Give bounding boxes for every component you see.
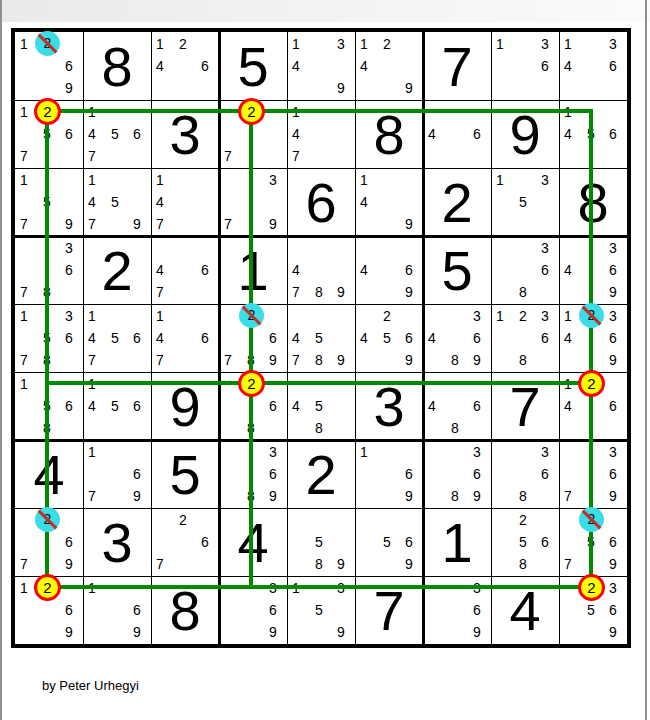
pencil-mark: 2 — [377, 33, 397, 55]
pencil-mark: 3 — [263, 169, 283, 191]
cell-r4c9[interactable]: 3469 — [559, 236, 627, 304]
pencil-mark: 5 — [309, 531, 329, 553]
pencil-mark: 6 — [603, 327, 623, 349]
pencil-mark: 7 — [15, 553, 33, 575]
cell-r5c5[interactable]: 45789 — [287, 304, 355, 372]
pencil-mark: 3 — [467, 441, 487, 463]
solved-digit: 4 — [15, 440, 83, 508]
cell-r7c8[interactable]: 368 — [491, 440, 559, 508]
solved-digit: 5 — [151, 440, 219, 508]
pencil-mark: 4 — [83, 123, 101, 145]
strike-icon — [38, 510, 58, 530]
pencil-mark: 8 — [513, 349, 533, 371]
pencil-mark: 3 — [535, 441, 555, 463]
grid-line-vertical — [83, 32, 84, 644]
pencil-mark: 8 — [513, 281, 533, 303]
pencil-mark: 6 — [127, 599, 147, 621]
pencil-mark: 5 — [581, 599, 601, 621]
pencil-mark: 6 — [263, 395, 283, 417]
pencil-mark: 4 — [287, 259, 305, 281]
pencil-mark: 1 — [15, 373, 33, 395]
chain-line — [249, 109, 253, 589]
pencil-mark: 8 — [513, 485, 533, 507]
pencil-mark: 1 — [151, 169, 169, 191]
cell-r7c2[interactable]: 1679 — [83, 440, 151, 508]
pencil-mark: 9 — [467, 621, 487, 643]
elimination-circle: 2 — [579, 507, 604, 532]
pencil-mark: 6 — [535, 327, 555, 349]
pencil-mark: 4 — [83, 395, 101, 417]
pencil-mark: 6 — [467, 599, 487, 621]
pencil-mark: 9 — [603, 485, 623, 507]
pencil-mark: 3 — [535, 33, 555, 55]
pencil-mark: 6 — [467, 327, 487, 349]
pencil-mark: 5 — [309, 327, 329, 349]
cell-r3c3[interactable]: 147 — [151, 168, 219, 236]
pencil-mark: 4 — [423, 123, 441, 145]
solved-digit: 7 — [423, 32, 491, 100]
pencil-mark: 7 — [83, 213, 101, 235]
pencil-mark: 7 — [83, 145, 101, 167]
pencil-mark: 9 — [331, 77, 351, 99]
pencil-mark: 4 — [559, 327, 577, 349]
chain-node-circle: 2 — [578, 574, 605, 601]
pencil-mark: 1 — [151, 33, 169, 55]
pencil-mark: 4 — [355, 191, 373, 213]
pencil-mark: 7 — [219, 145, 237, 167]
pencil-mark: 9 — [331, 621, 351, 643]
pencil-mark: 9 — [59, 553, 79, 575]
cell-r8c8[interactable]: 2568 — [491, 508, 559, 576]
pencil-mark: 4 — [559, 395, 577, 417]
cell-r4c4[interactable]: 1 — [219, 236, 287, 304]
pencil-mark: 3 — [535, 169, 555, 191]
pencil-mark: 4 — [151, 327, 169, 349]
sudoku-grid: 1698124651349124971361346156714567371478… — [15, 32, 627, 644]
frame-border-right — [645, 0, 647, 720]
pencil-mark: 6 — [59, 395, 79, 417]
strike-icon — [582, 306, 602, 326]
chain-line — [45, 109, 593, 113]
pencil-mark: 6 — [603, 123, 623, 145]
grid-line-horizontal — [15, 304, 627, 305]
pencil-mark: 5 — [377, 327, 397, 349]
grid-line-vertical — [218, 32, 221, 644]
pencil-mark: 8 — [309, 281, 329, 303]
pencil-mark: 9 — [399, 485, 419, 507]
pencil-mark: 1 — [151, 305, 169, 327]
pencil-mark: 7 — [83, 349, 101, 371]
pencil-mark: 6 — [195, 327, 215, 349]
cell-r4c3[interactable]: 467 — [151, 236, 219, 304]
pencil-mark: 6 — [195, 531, 215, 553]
chain-line — [45, 585, 593, 589]
grid-line-vertical — [422, 32, 425, 644]
cell-r4c2[interactable]: 2 — [83, 236, 151, 304]
pencil-mark: 9 — [603, 553, 623, 575]
pencil-mark: 4 — [83, 327, 101, 349]
elimination-circle: 2 — [35, 31, 60, 56]
pencil-mark: 5 — [513, 191, 533, 213]
pencil-mark: 6 — [195, 55, 215, 77]
pencil-mark: 5 — [105, 123, 125, 145]
cell-r5c8[interactable]: 12368 — [491, 304, 559, 372]
pencil-mark: 3 — [535, 237, 555, 259]
pencil-mark: 1 — [287, 33, 305, 55]
pencil-mark: 6 — [603, 531, 623, 553]
cell-r5c7[interactable]: 34689 — [423, 304, 491, 372]
pencil-mark: 6 — [263, 327, 283, 349]
pencil-mark: 4 — [355, 259, 373, 281]
pencil-mark: 1 — [83, 305, 101, 327]
pencil-mark: 4 — [83, 191, 101, 213]
cell-r3c5[interactable]: 6 — [287, 168, 355, 236]
grid-line-horizontal — [15, 100, 627, 101]
elimination-circle: 2 — [239, 303, 264, 328]
pencil-mark: 8 — [445, 485, 465, 507]
pencil-mark: 4 — [355, 55, 373, 77]
pencil-mark: 1 — [491, 169, 509, 191]
grid-line-vertical — [151, 32, 152, 644]
cell-r7c4[interactable]: 3689 — [219, 440, 287, 508]
grid-line-horizontal — [15, 372, 627, 373]
pencil-mark: 7 — [559, 485, 577, 507]
pencil-mark: 2 — [513, 305, 533, 327]
pencil-mark: 3 — [603, 577, 623, 599]
pencil-mark: 4 — [423, 327, 441, 349]
grid-line-horizontal — [15, 235, 627, 238]
pencil-mark: 3 — [263, 441, 283, 463]
cell-r4c8[interactable]: 368 — [491, 236, 559, 304]
cell-r5c2[interactable]: 14567 — [83, 304, 151, 372]
cell-r1c7[interactable]: 7 — [423, 32, 491, 100]
pencil-mark: 4 — [559, 259, 577, 281]
pencil-mark: 6 — [59, 327, 79, 349]
pencil-mark: 9 — [399, 349, 419, 371]
pencil-mark: 6 — [535, 531, 555, 553]
pencil-mark: 6 — [603, 55, 623, 77]
pencil-mark: 6 — [59, 55, 79, 77]
strike-icon — [582, 510, 602, 530]
pencil-mark: 9 — [127, 213, 147, 235]
pencil-mark: 9 — [263, 485, 283, 507]
pencil-mark: 6 — [263, 463, 283, 485]
pencil-mark: 2 — [173, 509, 193, 531]
pencil-mark: 1 — [559, 33, 577, 55]
pencil-mark: 4 — [151, 55, 169, 77]
solved-digit: 4 — [219, 508, 287, 576]
solved-digit: 2 — [287, 440, 355, 508]
pencil-mark: 1 — [83, 441, 101, 463]
pencil-mark: 1 — [559, 305, 577, 327]
pencil-mark: 9 — [399, 281, 419, 303]
pencil-mark: 6 — [195, 259, 215, 281]
grid-line-horizontal — [15, 576, 627, 577]
pencil-mark: 6 — [535, 55, 555, 77]
cell-r7c3[interactable]: 5 — [151, 440, 219, 508]
pencil-mark: 6 — [535, 463, 555, 485]
pencil-mark: 4 — [287, 123, 305, 145]
pencil-mark: 6 — [59, 599, 79, 621]
cell-r3c2[interactable]: 14579 — [83, 168, 151, 236]
pencil-mark: 3 — [535, 305, 555, 327]
cell-r4c6[interactable]: 469 — [355, 236, 423, 304]
pencil-mark: 7 — [151, 281, 169, 303]
pencil-mark: 4 — [287, 327, 305, 349]
pencil-mark: 8 — [445, 417, 465, 439]
pencil-mark: 9 — [603, 349, 623, 371]
pencil-mark: 7 — [83, 485, 101, 507]
solved-digit: 1 — [219, 236, 287, 304]
pencil-mark: 6 — [467, 395, 487, 417]
pencil-mark: 4 — [355, 327, 373, 349]
cell-r1c6[interactable]: 1249 — [355, 32, 423, 100]
pencil-mark: 7 — [287, 349, 305, 371]
pencil-mark: 6 — [59, 531, 79, 553]
pencil-mark: 5 — [105, 191, 125, 213]
pencil-mark: 7 — [151, 553, 169, 575]
cell-r3c4[interactable]: 379 — [219, 168, 287, 236]
pencil-mark: 1 — [15, 305, 33, 327]
pencil-mark: 1 — [355, 441, 373, 463]
pencil-mark: 9 — [467, 485, 487, 507]
pencil-mark: 3 — [603, 33, 623, 55]
grid-line-horizontal — [15, 439, 627, 442]
pencil-mark: 5 — [309, 395, 329, 417]
chain-node-circle: 2 — [238, 370, 265, 397]
cell-r8c3[interactable]: 267 — [151, 508, 219, 576]
chain-node-circle: 2 — [578, 370, 605, 397]
pencil-mark: 7 — [219, 349, 237, 371]
pencil-mark: 2 — [513, 509, 533, 531]
pencil-mark: 4 — [559, 123, 577, 145]
pencil-mark: 6 — [59, 123, 79, 145]
pencil-mark: 9 — [467, 349, 487, 371]
cell-r8c4[interactable]: 4 — [219, 508, 287, 576]
grid-line-vertical — [287, 32, 288, 644]
pencil-mark: 1 — [15, 577, 33, 599]
cell-r3c1[interactable]: 1579 — [15, 168, 83, 236]
pencil-mark: 3 — [467, 305, 487, 327]
pencil-mark: 3 — [603, 305, 623, 327]
solved-digit: 2 — [423, 168, 491, 236]
pencil-mark: 9 — [399, 213, 419, 235]
pencil-mark: 4 — [151, 259, 169, 281]
pencil-mark: 7 — [151, 349, 169, 371]
pencil-mark: 9 — [127, 485, 147, 507]
cell-r8c5[interactable]: 589 — [287, 508, 355, 576]
pencil-mark: 7 — [15, 213, 33, 235]
pencil-mark: 1 — [491, 33, 509, 55]
pencil-mark: 7 — [15, 145, 33, 167]
pencil-mark: 6 — [467, 463, 487, 485]
grid-line-horizontal — [15, 508, 627, 509]
pencil-mark: 6 — [399, 259, 419, 281]
solved-digit: 8 — [559, 168, 627, 236]
pencil-mark: 6 — [603, 463, 623, 485]
cell-r1c2[interactable]: 8 — [83, 32, 151, 100]
cell-r5c6[interactable]: 24569 — [355, 304, 423, 372]
cell-r1c9[interactable]: 1346 — [559, 32, 627, 100]
pencil-mark: 1 — [355, 33, 373, 55]
pencil-mark: 9 — [603, 281, 623, 303]
pencil-mark: 9 — [331, 281, 351, 303]
pencil-mark: 9 — [399, 77, 419, 99]
pencil-mark: 6 — [399, 531, 419, 553]
pencil-mark: 3 — [603, 237, 623, 259]
cell-r7c7[interactable]: 3689 — [423, 440, 491, 508]
cell-r1c4[interactable]: 5 — [219, 32, 287, 100]
pencil-mark: 6 — [603, 599, 623, 621]
pencil-mark: 8 — [445, 349, 465, 371]
cell-r1c8[interactable]: 136 — [491, 32, 559, 100]
cell-r1c3[interactable]: 1246 — [151, 32, 219, 100]
cell-r7c6[interactable]: 169 — [355, 440, 423, 508]
pencil-mark: 7 — [559, 553, 577, 575]
pencil-mark: 4 — [287, 55, 305, 77]
chain-node-circle: 2 — [34, 98, 61, 125]
grid-line-vertical — [491, 32, 492, 644]
pencil-mark: 8 — [309, 417, 329, 439]
pencil-mark: 9 — [59, 77, 79, 99]
pencil-mark: 7 — [15, 281, 33, 303]
pencil-mark: 9 — [127, 621, 147, 643]
cell-r4c1[interactable]: 3678 — [15, 236, 83, 304]
frame-border-left — [0, 0, 2, 720]
pencil-mark: 8 — [309, 553, 329, 575]
pencil-mark: 5 — [513, 531, 533, 553]
pencil-mark: 2 — [377, 305, 397, 327]
cell-r7c5[interactable]: 2 — [287, 440, 355, 508]
pencil-mark: 9 — [263, 213, 283, 235]
pencil-mark: 7 — [15, 349, 33, 371]
cell-r3c7[interactable]: 2 — [423, 168, 491, 236]
elimination-circle: 2 — [579, 303, 604, 328]
cell-r3c9[interactable]: 8 — [559, 168, 627, 236]
pencil-mark: 6 — [59, 259, 79, 281]
cell-r5c1[interactable]: 135678 — [15, 304, 83, 372]
pencil-mark: 1 — [15, 33, 33, 55]
pencil-mark: 4 — [151, 191, 169, 213]
pencil-mark: 6 — [127, 327, 147, 349]
pencil-mark: 5 — [309, 599, 329, 621]
pencil-mark: 3 — [59, 305, 79, 327]
chain-node-circle: 2 — [34, 574, 61, 601]
solved-digit: 3 — [83, 508, 151, 576]
solved-digit: 1 — [423, 508, 491, 576]
chain-node-circle: 2 — [238, 98, 265, 125]
cell-r8c7[interactable]: 1 — [423, 508, 491, 576]
solved-digit: 2 — [83, 236, 151, 304]
pencil-mark: 6 — [399, 327, 419, 349]
pencil-mark: 1 — [491, 305, 509, 327]
pencil-mark: 4 — [287, 395, 305, 417]
cell-r3c6[interactable]: 149 — [355, 168, 423, 236]
solved-digit: 5 — [219, 32, 287, 100]
pencil-mark: 3 — [603, 441, 623, 463]
author-caption: by Peter Urhegyi — [42, 678, 139, 693]
strike-icon — [242, 306, 262, 326]
pencil-mark: 3 — [331, 33, 351, 55]
pencil-mark: 9 — [59, 213, 79, 235]
pencil-mark: 1 — [15, 101, 33, 123]
pencil-mark: 9 — [331, 553, 351, 575]
cell-r8c6[interactable]: 569 — [355, 508, 423, 576]
chain-line — [45, 381, 593, 385]
solved-digit: 6 — [287, 168, 355, 236]
pencil-mark: 4 — [423, 395, 441, 417]
pencil-mark: 9 — [399, 553, 419, 575]
pencil-mark: 6 — [127, 395, 147, 417]
cell-r3c8[interactable]: 135 — [491, 168, 559, 236]
grid-line-vertical — [355, 32, 356, 644]
strike-icon — [38, 34, 58, 54]
pencil-mark: 6 — [603, 259, 623, 281]
pencil-mark: 2 — [173, 33, 193, 55]
pencil-mark: 6 — [399, 463, 419, 485]
pencil-mark: 9 — [603, 621, 623, 643]
pencil-mark: 8 — [513, 553, 533, 575]
pencil-mark: 4 — [559, 55, 577, 77]
pencil-mark: 6 — [127, 463, 147, 485]
grid-line-horizontal — [15, 168, 627, 169]
solved-digit: 8 — [83, 32, 151, 100]
grid-line-vertical — [559, 32, 560, 644]
pencil-mark: 9 — [263, 621, 283, 643]
pencil-mark: 6 — [263, 599, 283, 621]
cell-r5c3[interactable]: 1467 — [151, 304, 219, 372]
pencil-mark: 8 — [309, 349, 329, 371]
top-strip — [0, 0, 650, 22]
pencil-mark: 6 — [603, 395, 623, 417]
pencil-mark: 1 — [83, 169, 101, 191]
pencil-mark: 5 — [377, 531, 397, 553]
pencil-mark: 7 — [219, 213, 237, 235]
pencil-mark: 5 — [105, 327, 125, 349]
pencil-mark: 9 — [331, 349, 351, 371]
pencil-mark: 1 — [355, 169, 373, 191]
pencil-mark: 5 — [105, 395, 125, 417]
solved-digit: 5 — [423, 236, 491, 304]
cell-r8c2[interactable]: 3 — [83, 508, 151, 576]
pencil-mark: 7 — [287, 281, 305, 303]
pencil-mark: 7 — [287, 145, 305, 167]
cell-r1c5[interactable]: 1349 — [287, 32, 355, 100]
sudoku-board: 1698124651349124971361346156714567371478… — [11, 28, 631, 648]
cell-r7c9[interactable]: 3679 — [559, 440, 627, 508]
pencil-mark: 9 — [263, 349, 283, 371]
pencil-mark: 1 — [15, 169, 33, 191]
cell-r7c1[interactable]: 4 — [15, 440, 83, 508]
cell-r4c5[interactable]: 4789 — [287, 236, 355, 304]
pencil-mark: 9 — [59, 621, 79, 643]
cell-r4c7[interactable]: 5 — [423, 236, 491, 304]
pencil-mark: 6 — [467, 123, 487, 145]
elimination-circle: 2 — [35, 507, 60, 532]
pencil-mark: 3 — [59, 237, 79, 259]
pencil-mark: 7 — [151, 213, 169, 235]
pencil-mark: 6 — [535, 259, 555, 281]
pencil-mark: 6 — [127, 123, 147, 145]
